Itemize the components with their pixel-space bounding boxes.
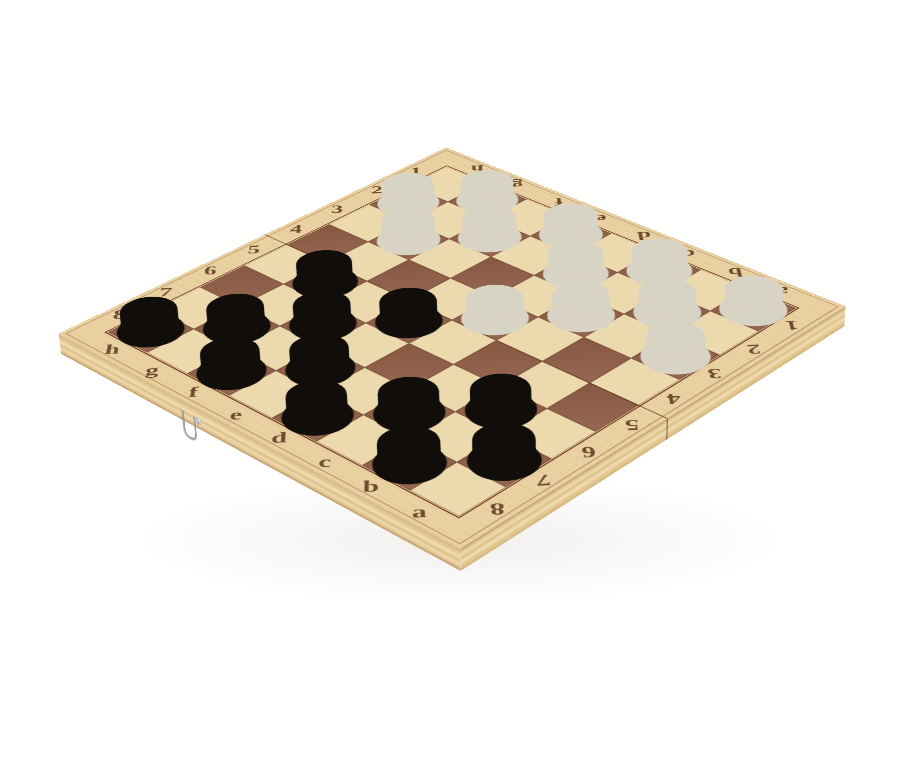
checker-white-d4[interactable]: ⛀ bbox=[454, 299, 535, 340]
fold-seam-edge bbox=[666, 418, 668, 440]
clasp-hook-icon bbox=[182, 410, 198, 442]
checker-white-f2[interactable]: ⛀ bbox=[451, 220, 527, 256]
clasp[interactable] bbox=[183, 409, 200, 443]
checker-black-h8[interactable]: ⛂ bbox=[110, 310, 191, 351]
checker-white-c3[interactable]: ⛀ bbox=[541, 296, 622, 336]
clasp-screw-icon bbox=[195, 416, 201, 426]
checker-black-e5[interactable]: ⛂ bbox=[368, 301, 449, 342]
product-photo-stage: abcdefgh abcdefgh 87654321 87654321 ⛀⛀⛀⛀… bbox=[0, 0, 900, 765]
piece-layer: ⛀⛀⛀⛀⛀⛀⛀⛀⛀⛀⛀⛀⛂⛂⛂⛂⛂⛂⛂⛂⛂⛂⛂⛂ bbox=[108, 167, 797, 517]
checker-white-g3[interactable]: ⛀ bbox=[370, 223, 446, 259]
